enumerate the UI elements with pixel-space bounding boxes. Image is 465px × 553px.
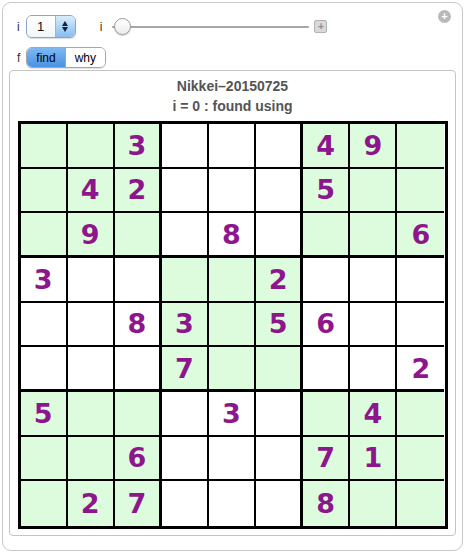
sudoku-cell-r4c9	[397, 258, 444, 303]
sudoku-cell-r3c4	[162, 213, 209, 258]
sudoku-cell-r6c6	[256, 347, 303, 392]
sudoku-cell-r5c3: 8	[115, 303, 162, 348]
sudoku-cell-r2c6	[256, 169, 303, 214]
sudoku-cell-r8c1	[21, 437, 68, 482]
sudoku-cell-r2c5	[209, 169, 256, 214]
sudoku-cell-r8c2	[68, 437, 115, 482]
sudoku-cell-r1c9	[397, 124, 444, 169]
sudoku-cell-r1c2	[68, 124, 115, 169]
sudoku-cell-r4c1: 3	[21, 258, 68, 303]
control-area: i 1 i f find why	[3, 3, 462, 67]
sudoku-cell-r7c9	[397, 392, 444, 437]
sudoku-cell-r5c1	[21, 303, 68, 348]
sudoku-cell-r5c9	[397, 303, 444, 348]
options-plus-icon[interactable]	[438, 10, 451, 23]
sudoku-cell-r9c9	[397, 481, 444, 526]
sudoku-grid: 34942598632835672534671278	[18, 121, 448, 529]
puzzle-subtitle: i = 0 : found using	[10, 98, 455, 114]
sudoku-cell-r4c4	[162, 258, 209, 303]
slider-label: i	[100, 20, 103, 34]
setter-label: f	[17, 51, 20, 65]
sudoku-cell-r9c5	[209, 481, 256, 526]
sudoku-cell-r6c9: 2	[397, 347, 444, 392]
sudoku-cell-r6c2	[68, 347, 115, 392]
sudoku-cell-r1c1	[21, 124, 68, 169]
sudoku-cell-r6c5	[209, 347, 256, 392]
sudoku-cell-r6c1	[21, 347, 68, 392]
sudoku-cell-r7c3	[115, 392, 162, 437]
sudoku-cell-r9c2: 2	[68, 481, 115, 526]
find-why-setter-bar: find why	[26, 47, 106, 68]
sudoku-cell-r6c4: 7	[162, 347, 209, 392]
sudoku-cell-r1c5	[209, 124, 256, 169]
sudoku-cell-r6c7	[303, 347, 350, 392]
setter-button-why[interactable]: why	[65, 48, 105, 67]
sudoku-cell-r7c2	[68, 392, 115, 437]
sudoku-cell-r9c8	[350, 481, 397, 526]
puzzle-title: Nikkei–20150725	[10, 78, 455, 94]
sudoku-cell-r1c8: 9	[350, 124, 397, 169]
sudoku-cell-r4c3	[115, 258, 162, 303]
sudoku-cell-r8c3: 6	[115, 437, 162, 482]
sudoku-cell-r7c8: 4	[350, 392, 397, 437]
control-row-top: i 1 i	[17, 15, 462, 38]
sudoku-cell-r4c5	[209, 258, 256, 303]
slider-expand-plus-icon[interactable]	[314, 20, 327, 33]
sudoku-cell-r9c3: 7	[115, 481, 162, 526]
sudoku-cell-r7c6	[256, 392, 303, 437]
sudoku-cell-r2c4	[162, 169, 209, 214]
sudoku-cell-r7c7	[303, 392, 350, 437]
sudoku-cell-r4c6: 2	[256, 258, 303, 303]
sudoku-cell-r3c5: 8	[209, 213, 256, 258]
sudoku-cell-r2c7: 5	[303, 169, 350, 214]
sudoku-cell-r9c1	[21, 481, 68, 526]
slider-thumb[interactable]	[114, 18, 131, 35]
sudoku-cell-r1c3: 3	[115, 124, 162, 169]
sudoku-cell-r9c4	[162, 481, 209, 526]
sudoku-cell-r3c9: 6	[397, 213, 444, 258]
sudoku-cell-r5c5	[209, 303, 256, 348]
sudoku-cell-r8c5	[209, 437, 256, 482]
sudoku-cell-r7c4	[162, 392, 209, 437]
sudoku-cell-r2c9	[397, 169, 444, 214]
sudoku-cell-r3c2: 9	[68, 213, 115, 258]
stepper-buttons[interactable]	[55, 16, 75, 37]
value-popup-menu[interactable]: 1	[26, 15, 76, 38]
sudoku-cell-r3c8	[350, 213, 397, 258]
sudoku-cell-r8c6	[256, 437, 303, 482]
sudoku-cell-r6c8	[350, 347, 397, 392]
stepper-up-icon[interactable]	[62, 21, 68, 26]
sudoku-cell-r7c1: 5	[21, 392, 68, 437]
sudoku-cell-r3c1	[21, 213, 68, 258]
sudoku-cell-r5c4: 3	[162, 303, 209, 348]
control-row-bottom: f find why	[17, 47, 462, 68]
sudoku-cell-r7c5: 3	[209, 392, 256, 437]
sudoku-cell-r5c6: 5	[256, 303, 303, 348]
sudoku-cell-r2c3: 2	[115, 169, 162, 214]
sudoku-cell-r1c6	[256, 124, 303, 169]
slider-track[interactable]	[112, 26, 309, 28]
setter-button-find[interactable]: find	[27, 48, 64, 67]
sudoku-cell-r8c8: 1	[350, 437, 397, 482]
sudoku-cell-r3c7	[303, 213, 350, 258]
sudoku-cell-r4c2	[68, 258, 115, 303]
sudoku-cell-r8c4	[162, 437, 209, 482]
sudoku-cell-r5c2	[68, 303, 115, 348]
sudoku-cell-r3c6	[256, 213, 303, 258]
sudoku-cell-r8c9	[397, 437, 444, 482]
sudoku-cell-r6c3	[115, 347, 162, 392]
sudoku-cell-r9c6	[256, 481, 303, 526]
sudoku-cell-r1c4	[162, 124, 209, 169]
stepper-label: i	[17, 20, 20, 34]
sudoku-cell-r1c7: 4	[303, 124, 350, 169]
sudoku-cell-r3c3	[115, 213, 162, 258]
stepper-down-icon[interactable]	[62, 27, 68, 32]
sudoku-cell-r5c7: 6	[303, 303, 350, 348]
manipulate-widget: i 1 i f find why Nikkei–201507	[2, 2, 463, 551]
sudoku-cell-r4c7	[303, 258, 350, 303]
sudoku-cell-r5c8	[350, 303, 397, 348]
sudoku-cell-r4c8	[350, 258, 397, 303]
display-panel: Nikkei–20150725 i = 0 : found using 3494…	[9, 70, 456, 536]
sudoku-cell-r9c7: 8	[303, 481, 350, 526]
sudoku-cell-r2c1	[21, 169, 68, 214]
popup-current-value: 1	[27, 16, 55, 37]
sudoku-cell-r2c8	[350, 169, 397, 214]
sudoku-cell-r8c7: 7	[303, 437, 350, 482]
i-slider[interactable]	[112, 18, 309, 36]
sudoku-cell-r2c2: 4	[68, 169, 115, 214]
